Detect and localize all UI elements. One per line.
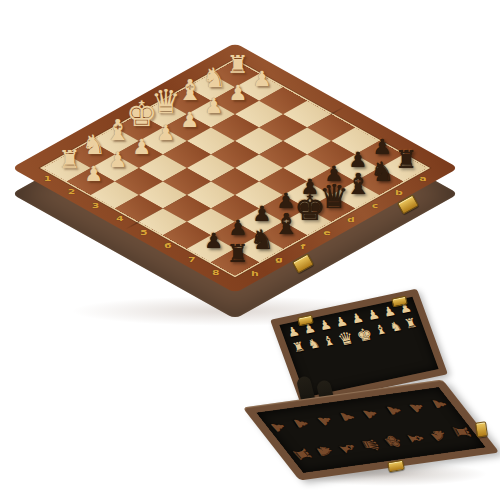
brass-latch-icon (475, 421, 488, 437)
stored-dark-pawn: ♟ (406, 400, 429, 415)
stored-light-pawn: ♟ (285, 324, 301, 339)
inset-product-view[interactable]: ♟♟♟♟♟♟♟♟ ♜♞♝♛♚♝♞♜ ♟♟♟♟♟♟♟♟ ♜♞♝♛♚♝♞♜ (258, 292, 498, 498)
black-knight: ♞ (370, 158, 394, 185)
black-rook: ♜ (227, 241, 249, 266)
white-pawn: ♟ (156, 123, 175, 144)
stored-light-king: ♚ (354, 325, 375, 344)
stored-light-pawn: ♟ (365, 307, 381, 322)
stored-light-queen: ♛ (336, 329, 357, 348)
stored-dark-pawn: ♟ (313, 412, 336, 427)
white-king: ♚ (126, 97, 157, 132)
white-pawn: ♟ (180, 110, 199, 131)
stored-dark-pawn: ♟ (337, 411, 359, 423)
stored-light-pawn: ♟ (349, 311, 365, 326)
stored-dark-pawn: ♟ (267, 419, 290, 433)
chess-board-3d: ♜♞♝♚♛♝♞♜♟♟♟♟♟♟♟♟♟♟♟♟♟♟♟♟♜♞♝♚♛♝♞♜ 1234567… (77, 80, 393, 257)
white-pawn: ♟ (253, 70, 272, 91)
black-rook: ♜ (395, 147, 417, 172)
tray-felt: ♟♟♟♟♟♟♟♟ ♜♞♝♛♚♝♞♜ (256, 387, 485, 473)
white-pawn: ♟ (108, 150, 127, 171)
stored-light-bishop: ♝ (373, 322, 390, 341)
white-pawn: ♟ (228, 83, 247, 104)
black-pawn: ♟ (204, 231, 223, 252)
product-photo: ♜♞♝♚♛♝♞♜♟♟♟♟♟♟♟♟♟♟♟♟♟♟♟♟♜♞♝♚♛♝♞♜ 1234567… (0, 0, 500, 500)
white-bishop: ♝ (105, 116, 131, 145)
black-pawn: ♟ (253, 204, 272, 225)
black-king: ♚ (294, 191, 325, 226)
stored-light-rook: ♜ (403, 316, 420, 335)
tray-row-pieces: ♜♞♝♛♚♝♞♜ (288, 423, 474, 463)
stored-light-knight: ♞ (306, 336, 323, 355)
black-bishop: ♝ (273, 210, 299, 239)
stored-dark-pawn: ♟ (383, 404, 405, 416)
black-pawn: ♟ (228, 218, 247, 239)
stored-light-knight: ♞ (388, 319, 405, 338)
white-rook: ♜ (227, 52, 249, 77)
stored-light-rook: ♜ (291, 340, 308, 359)
white-pawn: ♟ (132, 137, 151, 158)
white-rook: ♜ (58, 147, 80, 172)
white-knight: ♞ (82, 131, 106, 158)
stored-light-pawn: ♟ (317, 318, 333, 333)
black-pawn: ♟ (373, 137, 392, 158)
board-frame: ♜♞♝♚♛♝♞♜♟♟♟♟♟♟♟♟♟♟♟♟♟♟♟♟♜♞♝♚♛♝♞♜ 1234567… (12, 43, 459, 293)
stored-dark-pawn: ♟ (360, 407, 383, 421)
black-knight: ♞ (250, 226, 274, 253)
white-pawn: ♟ (84, 164, 103, 185)
white-pawn: ♟ (204, 96, 223, 117)
stored-light-pawn: ♟ (333, 314, 349, 329)
stored-light-bishop: ♝ (321, 333, 338, 352)
stored-dark-pawn: ♟ (429, 398, 451, 410)
white-knight: ♞ (202, 64, 226, 91)
stored-dark-pawn: ♟ (290, 417, 312, 429)
